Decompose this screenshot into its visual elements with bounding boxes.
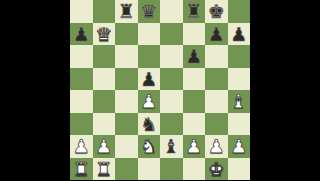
square-h8[interactable] — [228, 0, 251, 23]
square-h1[interactable] — [228, 158, 251, 181]
square-c8[interactable]: ♜ — [115, 0, 138, 23]
square-b2[interactable]: ♟ — [93, 135, 116, 158]
square-d7[interactable] — [138, 23, 161, 46]
piece-white-pawn[interactable]: ♟ — [185, 135, 202, 158]
square-a5[interactable] — [70, 68, 93, 91]
square-e7[interactable] — [160, 23, 183, 46]
square-c6[interactable] — [115, 45, 138, 68]
square-c3[interactable] — [115, 113, 138, 136]
square-a7[interactable]: ♟ — [70, 23, 93, 46]
square-b7[interactable]: ♛ — [93, 23, 116, 46]
square-e4[interactable] — [160, 90, 183, 113]
square-h4[interactable]: ♝ — [228, 90, 251, 113]
piece-black-pawn[interactable]: ♟ — [185, 45, 202, 68]
piece-black-pawn[interactable]: ♟ — [73, 23, 90, 46]
square-h3[interactable] — [228, 113, 251, 136]
piece-white-pawn[interactable]: ♟ — [230, 135, 247, 158]
piece-white-pawn[interactable]: ♟ — [73, 135, 90, 158]
square-d2[interactable]: ♞ — [138, 135, 161, 158]
square-f8[interactable]: ♜ — [183, 0, 206, 23]
square-a8[interactable] — [70, 0, 93, 23]
square-e2[interactable]: ♝ — [160, 135, 183, 158]
square-e8[interactable] — [160, 0, 183, 23]
square-g8[interactable]: ♚ — [205, 0, 228, 23]
square-a4[interactable] — [70, 90, 93, 113]
square-g4[interactable] — [205, 90, 228, 113]
square-f3[interactable] — [183, 113, 206, 136]
square-a2[interactable]: ♟ — [70, 135, 93, 158]
square-b5[interactable] — [93, 68, 116, 91]
piece-white-queen[interactable]: ♛ — [95, 23, 112, 46]
piece-black-pawn[interactable]: ♟ — [208, 23, 225, 46]
square-f4[interactable] — [183, 90, 206, 113]
square-e3[interactable] — [160, 113, 183, 136]
piece-white-pawn[interactable]: ♟ — [208, 135, 225, 158]
square-g2[interactable]: ♟ — [205, 135, 228, 158]
square-e5[interactable] — [160, 68, 183, 91]
piece-black-bishop[interactable]: ♝ — [163, 135, 180, 158]
square-d5[interactable]: ♟ — [138, 68, 161, 91]
app-canvas: ♜♛♜♚♟♛♟♟♟♟♟♝♞♟♟♞♝♟♟♟♜♜♚ — [0, 0, 320, 180]
piece-black-rook[interactable]: ♜ — [118, 0, 135, 23]
square-b4[interactable] — [93, 90, 116, 113]
square-d6[interactable] — [138, 45, 161, 68]
square-h6[interactable] — [228, 45, 251, 68]
square-f5[interactable] — [183, 68, 206, 91]
square-h5[interactable] — [228, 68, 251, 91]
square-h2[interactable]: ♟ — [228, 135, 251, 158]
piece-black-knight[interactable]: ♞ — [140, 113, 157, 136]
square-c2[interactable] — [115, 135, 138, 158]
square-a3[interactable] — [70, 113, 93, 136]
square-e1[interactable] — [160, 158, 183, 181]
square-h7[interactable]: ♟ — [228, 23, 251, 46]
piece-white-rook[interactable]: ♜ — [95, 158, 112, 181]
square-d1[interactable] — [138, 158, 161, 181]
square-b8[interactable] — [93, 0, 116, 23]
square-a6[interactable] — [70, 45, 93, 68]
square-c4[interactable] — [115, 90, 138, 113]
piece-black-pawn[interactable]: ♟ — [230, 23, 247, 46]
piece-black-rook[interactable]: ♜ — [185, 0, 202, 23]
square-d4[interactable]: ♟ — [138, 90, 161, 113]
piece-white-knight[interactable]: ♞ — [140, 135, 157, 158]
square-g5[interactable] — [205, 68, 228, 91]
square-a1[interactable]: ♜ — [70, 158, 93, 181]
piece-white-king[interactable]: ♚ — [208, 158, 225, 181]
piece-white-rook[interactable]: ♜ — [73, 158, 90, 181]
piece-black-king[interactable]: ♚ — [208, 0, 225, 23]
square-g6[interactable] — [205, 45, 228, 68]
square-c5[interactable] — [115, 68, 138, 91]
piece-white-pawn[interactable]: ♟ — [140, 90, 157, 113]
piece-black-pawn[interactable]: ♟ — [140, 68, 157, 91]
chess-board: ♜♛♜♚♟♛♟♟♟♟♟♝♞♟♟♞♝♟♟♟♜♜♚ — [70, 0, 250, 180]
square-f2[interactable]: ♟ — [183, 135, 206, 158]
square-g3[interactable] — [205, 113, 228, 136]
square-f6[interactable]: ♟ — [183, 45, 206, 68]
piece-white-bishop[interactable]: ♝ — [230, 90, 247, 113]
square-g1[interactable]: ♚ — [205, 158, 228, 181]
square-d3[interactable]: ♞ — [138, 113, 161, 136]
square-b3[interactable] — [93, 113, 116, 136]
square-d8[interactable]: ♛ — [138, 0, 161, 23]
square-f7[interactable] — [183, 23, 206, 46]
piece-white-pawn[interactable]: ♟ — [95, 135, 112, 158]
square-c7[interactable] — [115, 23, 138, 46]
square-e6[interactable] — [160, 45, 183, 68]
piece-black-queen[interactable]: ♛ — [140, 0, 157, 23]
square-b6[interactable] — [93, 45, 116, 68]
square-f1[interactable] — [183, 158, 206, 181]
square-c1[interactable] — [115, 158, 138, 181]
square-g7[interactable]: ♟ — [205, 23, 228, 46]
square-b1[interactable]: ♜ — [93, 158, 116, 181]
